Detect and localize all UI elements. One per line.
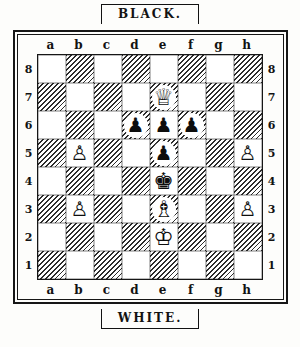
square-h5[interactable]: ♙ xyxy=(234,139,262,167)
square-a1[interactable] xyxy=(38,251,66,279)
square-f2[interactable] xyxy=(178,223,206,251)
square-a8[interactable] xyxy=(38,55,66,83)
square-g7[interactable] xyxy=(206,83,234,111)
file-label-d-bottom: d xyxy=(121,284,149,296)
square-a5[interactable] xyxy=(38,139,66,167)
file-label-e-top: e xyxy=(149,39,177,51)
file-label-c-bottom: c xyxy=(93,284,121,296)
square-f7[interactable] xyxy=(178,83,206,111)
rank-labels-left: 87654321 xyxy=(21,55,37,279)
square-d2[interactable] xyxy=(122,223,150,251)
board-middle-band: 87654321 ♕♟♟♟♙♟♙♚♙♗♙♔ 87654321 xyxy=(21,54,280,280)
square-g1[interactable] xyxy=(206,251,234,279)
square-b5[interactable]: ♙ xyxy=(66,139,94,167)
square-b2[interactable] xyxy=(66,223,94,251)
square-a7[interactable] xyxy=(38,83,66,111)
piece-white-pawn-h5: ♙ xyxy=(239,143,257,163)
rank-label-5-right: 5 xyxy=(264,139,280,167)
square-f4[interactable] xyxy=(178,167,206,195)
piece-black-pawn-d6: ♟ xyxy=(124,113,148,138)
square-h3[interactable]: ♙ xyxy=(234,195,262,223)
rank-label-6-right: 6 xyxy=(264,111,280,139)
file-label-b-top: b xyxy=(65,39,93,51)
piece-black-pawn-e5: ♟ xyxy=(152,141,176,166)
square-c7[interactable] xyxy=(94,83,122,111)
square-g4[interactable] xyxy=(206,167,234,195)
square-f1[interactable] xyxy=(178,251,206,279)
square-c4[interactable] xyxy=(94,167,122,195)
file-labels-top: abcdefgh xyxy=(21,35,280,54)
square-g2[interactable] xyxy=(206,223,234,251)
square-e8[interactable] xyxy=(150,55,178,83)
rank-label-1-left: 1 xyxy=(21,251,37,279)
square-e7[interactable]: ♕ xyxy=(150,83,178,111)
square-c2[interactable] xyxy=(94,223,122,251)
square-d6[interactable]: ♟ xyxy=(122,111,150,139)
square-h1[interactable] xyxy=(234,251,262,279)
square-d7[interactable] xyxy=(122,83,150,111)
file-label-c-top: c xyxy=(93,39,121,51)
rank-label-4-left: 4 xyxy=(21,167,37,195)
piece-white-pawn-h3: ♙ xyxy=(239,199,257,219)
piece-black-pawn-f6: ♟ xyxy=(180,113,204,138)
square-d3[interactable] xyxy=(122,195,150,223)
file-label-d-top: d xyxy=(121,39,149,51)
rank-labels-right: 87654321 xyxy=(264,55,280,279)
square-e3[interactable]: ♗ xyxy=(150,195,178,223)
square-h6[interactable] xyxy=(234,111,262,139)
square-h4[interactable] xyxy=(234,167,262,195)
rank-label-3-left: 3 xyxy=(21,195,37,223)
piece-white-queen-e7: ♕ xyxy=(152,85,176,110)
square-g3[interactable] xyxy=(206,195,234,223)
square-a3[interactable] xyxy=(38,195,66,223)
square-d4[interactable] xyxy=(122,167,150,195)
square-g5[interactable] xyxy=(206,139,234,167)
file-label-g-top: g xyxy=(205,39,233,51)
piece-white-pawn-b3: ♙ xyxy=(71,199,89,219)
square-c6[interactable] xyxy=(94,111,122,139)
square-b6[interactable] xyxy=(66,111,94,139)
file-label-f-top: f xyxy=(177,39,205,51)
square-c3[interactable] xyxy=(94,195,122,223)
square-b4[interactable] xyxy=(66,167,94,195)
piece-white-bishop-e3: ♗ xyxy=(152,197,176,222)
square-b8[interactable] xyxy=(66,55,94,83)
square-d1[interactable] xyxy=(122,251,150,279)
square-g8[interactable] xyxy=(206,55,234,83)
square-a6[interactable] xyxy=(38,111,66,139)
file-label-a-bottom: a xyxy=(37,284,65,296)
rank-label-7-right: 7 xyxy=(264,83,280,111)
file-label-a-top: a xyxy=(37,39,65,51)
square-e1[interactable] xyxy=(150,251,178,279)
file-label-h-top: h xyxy=(233,39,261,51)
white-side-label: WHITE. xyxy=(101,309,199,329)
square-f6[interactable]: ♟ xyxy=(178,111,206,139)
square-f8[interactable] xyxy=(178,55,206,83)
piece-white-pawn-b5: ♙ xyxy=(71,143,89,163)
file-label-f-bottom: f xyxy=(177,284,205,296)
square-c5[interactable] xyxy=(94,139,122,167)
board-frame-inner: abcdefgh 87654321 ♕♟♟♟♙♟♙♚♙♗♙♔ 87654321 … xyxy=(17,34,284,300)
chess-diagram-plate: BLACK. abcdefgh 87654321 ♕♟♟♟♙♟♙♚♙♗♙♔ 87… xyxy=(0,0,300,329)
square-d5[interactable] xyxy=(122,139,150,167)
rank-label-5-left: 5 xyxy=(21,139,37,167)
square-f3[interactable] xyxy=(178,195,206,223)
file-label-h-bottom: h xyxy=(233,284,261,296)
square-e4[interactable]: ♚ xyxy=(150,167,178,195)
piece-black-pawn-e6: ♟ xyxy=(155,115,173,135)
square-b7[interactable] xyxy=(66,83,94,111)
rank-label-3-right: 3 xyxy=(264,195,280,223)
square-h7[interactable] xyxy=(234,83,262,111)
rank-label-7-left: 7 xyxy=(21,83,37,111)
square-e6[interactable]: ♟ xyxy=(150,111,178,139)
square-a4[interactable] xyxy=(38,167,66,195)
chess-board: ♕♟♟♟♙♟♙♚♙♗♙♔ xyxy=(37,54,263,280)
square-a2[interactable] xyxy=(38,223,66,251)
file-labels-bottom: abcdefgh xyxy=(21,280,280,299)
square-c8[interactable] xyxy=(94,55,122,83)
square-e2[interactable]: ♔ xyxy=(150,223,178,251)
black-side-label: BLACK. xyxy=(101,4,199,24)
rank-label-6-left: 6 xyxy=(21,111,37,139)
square-d8[interactable] xyxy=(122,55,150,83)
rank-label-1-right: 1 xyxy=(264,251,280,279)
rank-label-2-right: 2 xyxy=(264,223,280,251)
rank-label-8-left: 8 xyxy=(21,55,37,83)
rank-label-8-right: 8 xyxy=(264,55,280,83)
piece-white-king-e2: ♔ xyxy=(153,226,174,249)
square-h8[interactable] xyxy=(234,55,262,83)
square-c1[interactable] xyxy=(94,251,122,279)
file-label-e-bottom: e xyxy=(149,284,177,296)
square-h2[interactable] xyxy=(234,223,262,251)
board-frame: abcdefgh 87654321 ♕♟♟♟♙♟♙♚♙♗♙♔ 87654321 … xyxy=(13,30,288,304)
square-g6[interactable] xyxy=(206,111,234,139)
square-b3[interactable]: ♙ xyxy=(66,195,94,223)
piece-black-king-e4: ♚ xyxy=(153,170,174,193)
rank-label-2-left: 2 xyxy=(21,223,37,251)
file-label-b-bottom: b xyxy=(65,284,93,296)
square-b1[interactable] xyxy=(66,251,94,279)
square-f5[interactable] xyxy=(178,139,206,167)
file-label-g-bottom: g xyxy=(205,284,233,296)
rank-label-4-right: 4 xyxy=(264,167,280,195)
square-e5[interactable]: ♟ xyxy=(150,139,178,167)
